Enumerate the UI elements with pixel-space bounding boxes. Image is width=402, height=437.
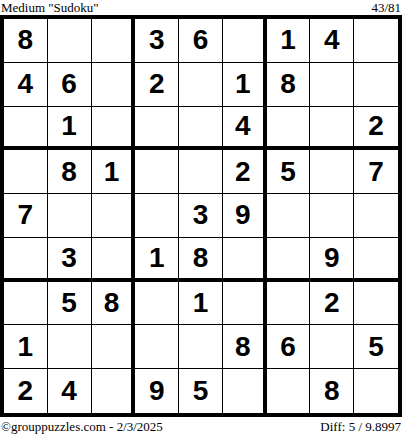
cell-r9c2: 4 — [48, 369, 92, 413]
cell-r4c3: 1 — [92, 150, 136, 194]
cell-r7c3: 8 — [92, 282, 136, 326]
cell-r6c7[interactable] — [267, 238, 311, 282]
cell-r5c9[interactable] — [354, 194, 398, 238]
cell-r1c4: 3 — [135, 19, 179, 63]
cell-r4c5[interactable] — [179, 150, 223, 194]
cell-r6c6[interactable] — [223, 238, 267, 282]
cell-r6c9[interactable] — [354, 238, 398, 282]
cell-r6c3[interactable] — [92, 238, 136, 282]
cell-r8c2[interactable] — [48, 325, 92, 369]
cell-r7c1[interactable] — [4, 282, 48, 326]
puzzle-title: Medium "Sudoku" — [1, 1, 99, 15]
cell-r2c5[interactable] — [179, 63, 223, 107]
cell-r4c2: 8 — [48, 150, 92, 194]
cell-r2c7: 8 — [267, 63, 311, 107]
cell-r1c1: 8 — [4, 19, 48, 63]
cell-r6c4: 1 — [135, 238, 179, 282]
cell-r1c6[interactable] — [223, 19, 267, 63]
cell-r6c2: 3 — [48, 238, 92, 282]
cell-r8c1: 1 — [4, 325, 48, 369]
cell-r9c1: 2 — [4, 369, 48, 413]
cell-r1c9[interactable] — [354, 19, 398, 63]
cell-r5c5: 3 — [179, 194, 223, 238]
cell-r5c8[interactable] — [310, 194, 354, 238]
cell-r1c3[interactable] — [92, 19, 136, 63]
cell-r8c6: 8 — [223, 325, 267, 369]
cell-r3c2: 1 — [48, 107, 92, 151]
cell-r7c8: 2 — [310, 282, 354, 326]
cell-r3c5[interactable] — [179, 107, 223, 151]
cell-r8c3[interactable] — [92, 325, 136, 369]
cell-r1c5: 6 — [179, 19, 223, 63]
cell-r2c1: 4 — [4, 63, 48, 107]
cell-r1c8: 4 — [310, 19, 354, 63]
cell-r6c1[interactable] — [4, 238, 48, 282]
cell-r3c1[interactable] — [4, 107, 48, 151]
cell-r9c7[interactable] — [267, 369, 311, 413]
cell-r4c7: 5 — [267, 150, 311, 194]
cell-r5c7[interactable] — [267, 194, 311, 238]
cell-r7c4[interactable] — [135, 282, 179, 326]
cell-r4c4[interactable] — [135, 150, 179, 194]
cell-r2c3[interactable] — [92, 63, 136, 107]
cell-r7c6[interactable] — [223, 282, 267, 326]
cell-r2c6: 1 — [223, 63, 267, 107]
header: Medium "Sudoku" 43/81 — [0, 0, 402, 15]
footer-copyright: ©grouppuzzles.com - 2/3/2025 — [1, 419, 163, 435]
cell-r9c4: 9 — [135, 369, 179, 413]
cell-r3c9: 2 — [354, 107, 398, 151]
cell-r6c5: 8 — [179, 238, 223, 282]
cell-r7c9[interactable] — [354, 282, 398, 326]
cell-r9c5: 5 — [179, 369, 223, 413]
cell-r4c1[interactable] — [4, 150, 48, 194]
cell-r8c7: 6 — [267, 325, 311, 369]
cell-r8c9: 5 — [354, 325, 398, 369]
cell-r4c6: 2 — [223, 150, 267, 194]
cell-r4c9: 7 — [354, 150, 398, 194]
cell-r2c2: 6 — [48, 63, 92, 107]
cell-r5c2[interactable] — [48, 194, 92, 238]
cell-r8c5[interactable] — [179, 325, 223, 369]
footer: ©grouppuzzles.com - 2/3/2025 Diff: 5 / 9… — [0, 417, 402, 437]
cell-r1c7: 1 — [267, 19, 311, 63]
cell-r6c8: 9 — [310, 238, 354, 282]
cell-r5c1: 7 — [4, 194, 48, 238]
cell-r1c2[interactable] — [48, 19, 92, 63]
blank-counter: 43/81 — [371, 1, 401, 15]
cell-r7c2: 5 — [48, 282, 92, 326]
cell-r5c6: 9 — [223, 194, 267, 238]
cell-r9c8: 8 — [310, 369, 354, 413]
cell-r2c4: 2 — [135, 63, 179, 107]
cell-r3c6: 4 — [223, 107, 267, 151]
cell-r2c9[interactable] — [354, 63, 398, 107]
cell-r5c4[interactable] — [135, 194, 179, 238]
difficulty-label: Diff: 5 / 9.8997 — [320, 419, 401, 435]
cell-r8c4[interactable] — [135, 325, 179, 369]
cell-r5c3[interactable] — [92, 194, 136, 238]
cell-r9c3[interactable] — [92, 369, 136, 413]
cell-r3c4[interactable] — [135, 107, 179, 151]
cell-r7c7[interactable] — [267, 282, 311, 326]
cell-r2c8[interactable] — [310, 63, 354, 107]
cell-r9c6[interactable] — [223, 369, 267, 413]
cell-r3c3[interactable] — [92, 107, 136, 151]
cell-r7c5: 1 — [179, 282, 223, 326]
cell-r9c9[interactable] — [354, 369, 398, 413]
cell-r3c7[interactable] — [267, 107, 311, 151]
cell-r3c8[interactable] — [310, 107, 354, 151]
cell-r8c8[interactable] — [310, 325, 354, 369]
cell-r4c8[interactable] — [310, 150, 354, 194]
sudoku-board: 83614462181428125773931895812186524958 — [0, 15, 402, 417]
